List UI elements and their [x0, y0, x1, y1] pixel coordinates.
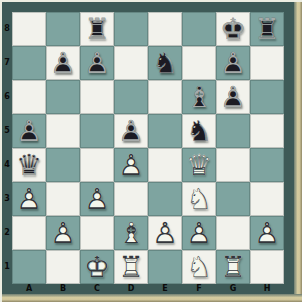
square-a6[interactable] — [12, 80, 46, 114]
piece-white-rook: ♜ — [114, 250, 148, 284]
piece-black-queen-outline: ♕ — [12, 148, 46, 182]
piece-white-rook: ♜ — [216, 250, 250, 284]
square-b1[interactable] — [46, 250, 80, 284]
piece-white-pawn: ♟ — [12, 182, 46, 216]
square-f5[interactable]: ♞♘ — [182, 114, 216, 148]
piece-black-pawn-outline: ♙ — [46, 46, 80, 80]
piece-black-pawn-outline: ♙ — [216, 46, 250, 80]
piece-black-pawn: ♟ — [114, 114, 148, 148]
piece-black-queen: ♛ — [12, 148, 46, 182]
square-f4[interactable]: ♛♕ — [182, 148, 216, 182]
square-e6[interactable] — [148, 80, 182, 114]
piece-white-knight-outline: ♘ — [182, 250, 216, 284]
square-f1[interactable]: ♞♘ — [182, 250, 216, 284]
square-b8[interactable] — [46, 12, 80, 46]
rank-label-2: 2 — [2, 216, 12, 250]
piece-black-pawn: ♟ — [216, 80, 250, 114]
piece-white-pawn: ♟ — [182, 216, 216, 250]
rank-label-1: 1 — [2, 250, 12, 284]
piece-white-knight-outline: ♘ — [182, 182, 216, 216]
square-h8[interactable]: ♜♖ — [250, 12, 284, 46]
piece-white-pawn-outline: ♙ — [250, 216, 284, 250]
piece-black-knight: ♞ — [148, 46, 182, 80]
square-b7[interactable]: ♟♙ — [46, 46, 80, 80]
board-frame: 87654321 ABCDEFGH ♜♖♚♔♜♖♟♙♟♙♞♘♟♙♝♗♟♙♟♙♟♙… — [2, 2, 294, 294]
piece-black-pawn: ♟ — [12, 114, 46, 148]
square-f6[interactable]: ♝♗ — [182, 80, 216, 114]
square-h5[interactable] — [250, 114, 284, 148]
rank-label-7: 7 — [2, 46, 12, 80]
square-b4[interactable] — [46, 148, 80, 182]
square-g4[interactable] — [216, 148, 250, 182]
piece-white-king: ♚ — [80, 250, 114, 284]
rank-labels: 87654321 — [2, 12, 12, 284]
file-label-a: A — [12, 284, 46, 294]
square-g7[interactable]: ♟♙ — [216, 46, 250, 80]
square-g2[interactable] — [216, 216, 250, 250]
square-d1[interactable]: ♜♖ — [114, 250, 148, 284]
piece-black-bishop-outline: ♗ — [182, 80, 216, 114]
file-label-h: H — [250, 284, 284, 294]
chess-board: ♜♖♚♔♜♖♟♙♟♙♞♘♟♙♝♗♟♙♟♙♟♙♞♘♛♕♟♙♛♕♟♙♟♙♞♘♟♙♝♗… — [12, 12, 284, 284]
file-label-g: G — [216, 284, 250, 294]
piece-white-pawn-outline: ♙ — [148, 216, 182, 250]
square-e5[interactable] — [148, 114, 182, 148]
square-a3[interactable]: ♟♙ — [12, 182, 46, 216]
square-d7[interactable] — [114, 46, 148, 80]
square-f3[interactable]: ♞♘ — [182, 182, 216, 216]
square-e4[interactable] — [148, 148, 182, 182]
file-label-d: D — [114, 284, 148, 294]
board-shadow-right — [294, 2, 302, 302]
square-c2[interactable] — [80, 216, 114, 250]
square-a1[interactable] — [12, 250, 46, 284]
board-shadow-bottom — [2, 294, 302, 302]
rank-label-6: 6 — [2, 80, 12, 114]
piece-white-pawn: ♟ — [114, 148, 148, 182]
piece-white-pawn-outline: ♙ — [46, 216, 80, 250]
piece-white-knight: ♞ — [182, 182, 216, 216]
piece-white-queen-outline: ♕ — [182, 148, 216, 182]
square-c1[interactable]: ♚♔ — [80, 250, 114, 284]
file-label-f: F — [182, 284, 216, 294]
piece-white-bishop-outline: ♗ — [114, 216, 148, 250]
square-g1[interactable]: ♜♖ — [216, 250, 250, 284]
square-g6[interactable]: ♟♙ — [216, 80, 250, 114]
square-c5[interactable] — [80, 114, 114, 148]
piece-white-rook-outline: ♖ — [114, 250, 148, 284]
piece-white-pawn-outline: ♙ — [182, 216, 216, 250]
square-c6[interactable] — [80, 80, 114, 114]
square-d5[interactable]: ♟♙ — [114, 114, 148, 148]
rank-label-4: 4 — [2, 148, 12, 182]
piece-white-pawn-outline: ♙ — [114, 148, 148, 182]
square-e2[interactable]: ♟♙ — [148, 216, 182, 250]
square-g3[interactable] — [216, 182, 250, 216]
square-d2[interactable]: ♝♗ — [114, 216, 148, 250]
square-c4[interactable] — [80, 148, 114, 182]
square-f2[interactable]: ♟♙ — [182, 216, 216, 250]
piece-white-pawn: ♟ — [80, 182, 114, 216]
square-a2[interactable] — [12, 216, 46, 250]
piece-black-knight-outline: ♘ — [182, 114, 216, 148]
square-f7[interactable] — [182, 46, 216, 80]
piece-black-rook: ♜ — [250, 12, 284, 46]
square-h2[interactable]: ♟♙ — [250, 216, 284, 250]
piece-black-pawn-outline: ♙ — [216, 80, 250, 114]
piece-black-pawn: ♟ — [46, 46, 80, 80]
file-label-c: C — [80, 284, 114, 294]
rank-label-8: 8 — [2, 12, 12, 46]
piece-black-pawn: ♟ — [80, 46, 114, 80]
square-e7[interactable]: ♞♘ — [148, 46, 182, 80]
file-label-b: B — [46, 284, 80, 294]
square-g8[interactable]: ♚♔ — [216, 12, 250, 46]
square-c8[interactable]: ♜♖ — [80, 12, 114, 46]
square-c7[interactable]: ♟♙ — [80, 46, 114, 80]
piece-white-rook-outline: ♖ — [216, 250, 250, 284]
piece-black-knight-outline: ♘ — [148, 46, 182, 80]
piece-white-pawn: ♟ — [148, 216, 182, 250]
piece-white-pawn-outline: ♙ — [12, 182, 46, 216]
file-labels: ABCDEFGH — [12, 284, 284, 294]
piece-white-queen: ♛ — [182, 148, 216, 182]
piece-black-rook: ♜ — [80, 12, 114, 46]
square-h4[interactable] — [250, 148, 284, 182]
square-d8[interactable] — [114, 12, 148, 46]
square-b5[interactable] — [46, 114, 80, 148]
piece-black-king-outline: ♔ — [216, 12, 250, 46]
piece-black-king: ♚ — [216, 12, 250, 46]
square-d4[interactable]: ♟♙ — [114, 148, 148, 182]
square-g5[interactable] — [216, 114, 250, 148]
square-h3[interactable] — [250, 182, 284, 216]
square-d6[interactable] — [114, 80, 148, 114]
square-c3[interactable]: ♟♙ — [80, 182, 114, 216]
square-a5[interactable]: ♟♙ — [12, 114, 46, 148]
piece-black-pawn-outline: ♙ — [12, 114, 46, 148]
piece-black-knight: ♞ — [182, 114, 216, 148]
piece-white-knight: ♞ — [182, 250, 216, 284]
piece-black-pawn-outline: ♙ — [80, 46, 114, 80]
square-h1[interactable] — [250, 250, 284, 284]
square-d3[interactable] — [114, 182, 148, 216]
square-b3[interactable] — [46, 182, 80, 216]
piece-black-bishop: ♝ — [182, 80, 216, 114]
rank-label-3: 3 — [2, 182, 12, 216]
square-b2[interactable]: ♟♙ — [46, 216, 80, 250]
square-b6[interactable] — [46, 80, 80, 114]
rank-label-5: 5 — [2, 114, 12, 148]
square-f8[interactable] — [182, 12, 216, 46]
square-e3[interactable] — [148, 182, 182, 216]
square-a7[interactable] — [12, 46, 46, 80]
piece-white-king-outline: ♔ — [80, 250, 114, 284]
piece-white-bishop: ♝ — [114, 216, 148, 250]
piece-white-pawn: ♟ — [46, 216, 80, 250]
square-a4[interactable]: ♛♕ — [12, 148, 46, 182]
square-a8[interactable] — [12, 12, 46, 46]
square-e8[interactable] — [148, 12, 182, 46]
piece-white-pawn-outline: ♙ — [80, 182, 114, 216]
square-h7[interactable] — [250, 46, 284, 80]
piece-black-rook-outline: ♖ — [80, 12, 114, 46]
piece-black-pawn: ♟ — [216, 46, 250, 80]
square-h6[interactable] — [250, 80, 284, 114]
file-label-e: E — [148, 284, 182, 294]
piece-white-pawn: ♟ — [250, 216, 284, 250]
chess-diagram: 87654321 ABCDEFGH ♜♖♚♔♜♖♟♙♟♙♞♘♟♙♝♗♟♙♟♙♟♙… — [0, 0, 302, 302]
piece-black-rook-outline: ♖ — [250, 12, 284, 46]
square-e1[interactable] — [148, 250, 182, 284]
piece-black-pawn-outline: ♙ — [114, 114, 148, 148]
